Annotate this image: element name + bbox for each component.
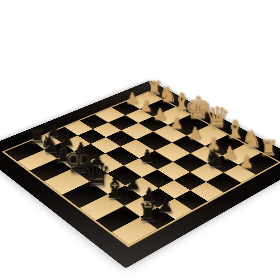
piece-white-pawn[interactable]: ♟	[153, 106, 167, 122]
square-d2[interactable]: ♟	[172, 135, 205, 153]
piece-white-pawn[interactable]: ♟	[188, 125, 203, 141]
piece-black-pawn[interactable]: ♟	[140, 148, 155, 165]
chess-set-photo: ♜♝♛♚♝♞♜♟♟♟♟♟♟♟♟♞♟♟♟♟♟♟♟♟♜♞♝♛♚♝♞♜	[0, 0, 280, 280]
chess-board-grid: ♜♝♛♚♝♞♜♟♟♟♟♟♟♟♟♞♟♟♟♟♟♟♟♟♜♞♝♛♚♝♞♜	[2, 91, 280, 247]
piece-black-pawn[interactable]: ♟	[157, 196, 174, 215]
piece-black-bishop[interactable]: ♝	[102, 174, 127, 202]
piece-black-knight[interactable]: ♞	[203, 145, 225, 170]
piece-black-rook[interactable]: ♜	[137, 201, 158, 225]
piece-white-pawn[interactable]: ♟	[125, 91, 139, 106]
piece-white-pawn[interactable]: ♟	[239, 153, 255, 170]
chess-board: ♜♝♛♚♝♞♜♟♟♟♟♟♟♟♟♞♟♟♟♟♟♟♟♟♜♞♝♛♚♝♞♜	[0, 80, 280, 268]
piece-white-rook[interactable]: ♜	[259, 138, 278, 159]
piece-white-pawn[interactable]: ♟	[139, 98, 153, 113]
piece-white-pawn[interactable]: ♟	[169, 115, 183, 131]
